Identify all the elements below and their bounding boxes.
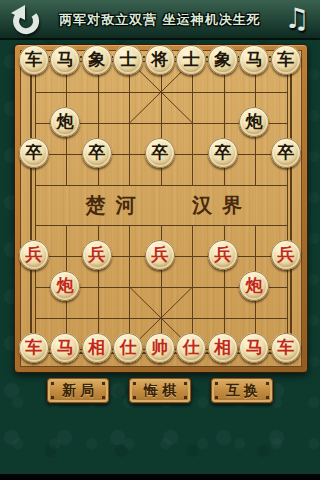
piece-black[interactable]: 马: [239, 45, 269, 75]
piece-black[interactable]: 将: [145, 45, 175, 75]
piece-red[interactable]: 相: [82, 333, 112, 363]
piece-red[interactable]: 炮: [239, 271, 269, 301]
piece-black[interactable]: 象: [208, 45, 238, 75]
piece-red[interactable]: 车: [271, 333, 301, 363]
swap-sides-button[interactable]: 互换: [210, 377, 274, 404]
piece-red[interactable]: 兵: [145, 240, 175, 270]
piece-grid: 车马象士将士象马车炮炮卒卒卒卒卒兵兵兵兵兵炮炮车马相仕帅仕相马车: [18, 44, 302, 363]
piece-black[interactable]: 士: [176, 45, 206, 75]
music-notes-icon: ♫: [284, 2, 309, 35]
new-game-button[interactable]: 新局: [46, 377, 110, 404]
piece-red[interactable]: 兵: [19, 240, 49, 270]
title-bar: 两军对敌立双营 坐运神机决生死 ♫: [0, 0, 320, 40]
piece-red[interactable]: 仕: [113, 333, 143, 363]
piece-black[interactable]: 炮: [239, 107, 269, 137]
button-row: 新局 悔棋 互换: [0, 377, 320, 404]
piece-red[interactable]: 兵: [271, 240, 301, 270]
piece-red[interactable]: 马: [239, 333, 269, 363]
piece-red[interactable]: 仕: [176, 333, 206, 363]
piece-red[interactable]: 炮: [50, 271, 80, 301]
piece-black[interactable]: 卒: [208, 138, 238, 168]
piece-black[interactable]: 卒: [145, 138, 175, 168]
piece-red[interactable]: 车: [19, 333, 49, 363]
piece-black[interactable]: 士: [113, 45, 143, 75]
piece-black[interactable]: 车: [19, 45, 49, 75]
piece-black[interactable]: 卒: [271, 138, 301, 168]
piece-black[interactable]: 卒: [82, 138, 112, 168]
piece-red[interactable]: 兵: [208, 240, 238, 270]
piece-black[interactable]: 象: [82, 45, 112, 75]
piece-black[interactable]: 炮: [50, 107, 80, 137]
piece-black[interactable]: 车: [271, 45, 301, 75]
piece-black[interactable]: 卒: [19, 138, 49, 168]
music-button[interactable]: ♫: [280, 1, 314, 37]
piece-red[interactable]: 相: [208, 333, 238, 363]
undo-move-button[interactable]: 悔棋: [128, 377, 192, 404]
piece-red[interactable]: 帅: [145, 333, 175, 363]
piece-black[interactable]: 马: [50, 45, 80, 75]
page-title: 两军对敌立双营 坐运神机决生死: [0, 11, 320, 29]
piece-red[interactable]: 马: [50, 333, 80, 363]
bottom-edge: [0, 474, 320, 480]
piece-red[interactable]: 兵: [82, 240, 112, 270]
